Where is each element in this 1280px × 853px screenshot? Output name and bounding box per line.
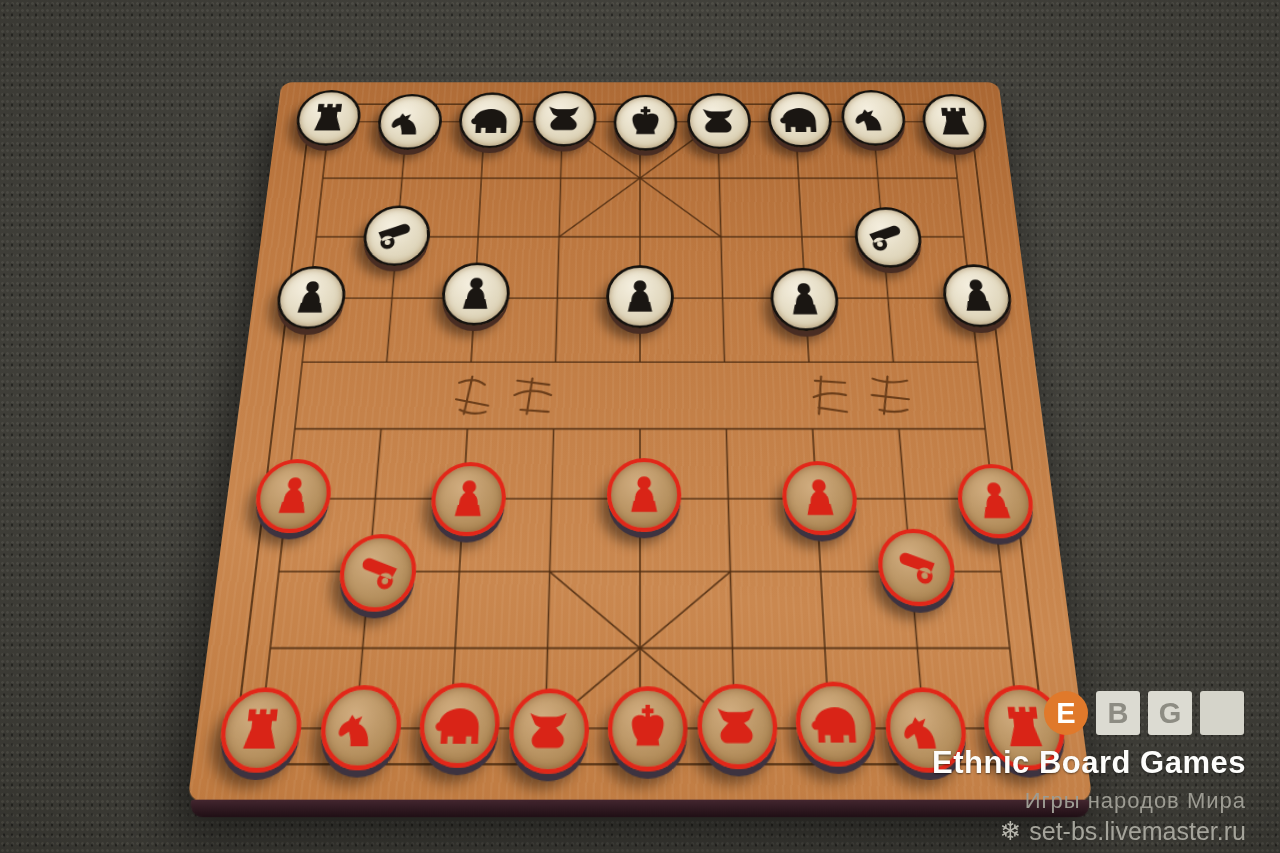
king-icon <box>624 104 666 141</box>
advisor-icon <box>522 704 575 759</box>
pawn-icon <box>443 475 493 522</box>
logo-letter-e: E <box>1044 691 1088 735</box>
knight-icon <box>387 103 432 140</box>
piece-black-advisor[interactable] <box>531 91 596 147</box>
cannon-icon <box>373 215 420 255</box>
pawn-icon <box>452 273 499 314</box>
river-inscription-left <box>423 370 595 422</box>
elephant-icon <box>469 102 513 139</box>
logo-badges: E B G <box>932 691 1244 735</box>
pawn-icon <box>618 276 663 318</box>
rook-icon <box>232 702 289 757</box>
piece-black-advisor[interactable] <box>686 93 751 149</box>
elephant-icon <box>433 698 487 752</box>
rook-icon <box>306 99 352 136</box>
knight-icon <box>333 700 389 755</box>
piece-black-pawn[interactable] <box>606 265 674 328</box>
king-icon <box>622 701 673 756</box>
pawn-icon <box>620 471 668 518</box>
logo-square-blank <box>1200 691 1244 735</box>
brand-subtitle: Игры народов Мира <box>932 788 1246 814</box>
pawn-icon <box>969 477 1022 524</box>
snowflake-icon: ❄ <box>999 816 1021 846</box>
logo-letter-b: B <box>1096 691 1140 735</box>
piece-red-king[interactable] <box>607 686 688 771</box>
logo-letter-g: G <box>1148 691 1192 735</box>
knight-icon <box>851 99 896 136</box>
elephant-icon <box>809 697 863 751</box>
pawn-icon <box>267 472 320 519</box>
piece-black-king[interactable] <box>613 95 677 151</box>
rook-icon <box>932 103 978 140</box>
pawn-icon <box>795 474 845 521</box>
photo-background: E B G Ethnic Board Games Игры народов Ми… <box>0 0 1280 853</box>
pawn-icon <box>287 277 336 319</box>
piece-red-pawn[interactable] <box>607 458 682 532</box>
elephant-icon <box>778 101 822 138</box>
river-inscription-left-engraving <box>423 370 595 422</box>
brand-title: Ethnic Board Games <box>932 745 1246 781</box>
river-inscription-right <box>784 370 958 422</box>
pawn-icon <box>953 275 1002 317</box>
pawn-icon <box>781 278 828 320</box>
brand-website: set-bs.livemaster.ru <box>1029 817 1246 845</box>
brand-watermark: E B G Ethnic Board Games Игры народов Ми… <box>932 691 1246 847</box>
river-inscription-right-engraving <box>784 370 958 422</box>
advisor-icon <box>711 699 764 753</box>
advisor-icon <box>697 103 740 140</box>
cannon-icon <box>890 543 943 593</box>
advisor-icon <box>543 100 586 137</box>
brand-website-line: ❄set-bs.livemaster.ru <box>932 816 1246 847</box>
cannon-icon <box>351 548 404 598</box>
cannon-icon <box>864 217 911 257</box>
